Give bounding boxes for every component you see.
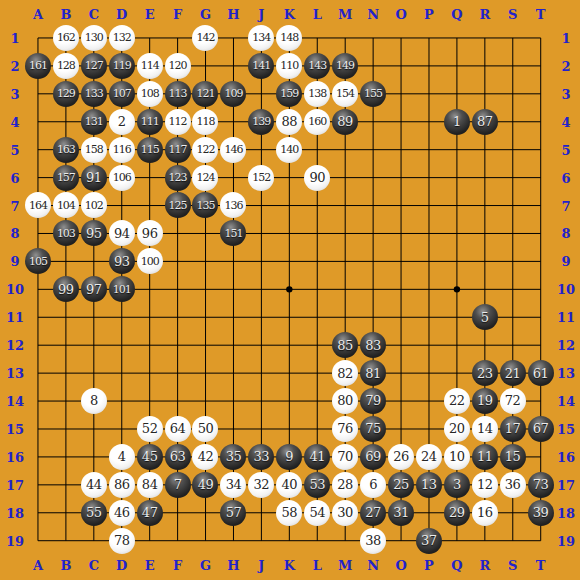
stone-P19[interactable]: 37 — [416, 528, 442, 554]
stone-R15[interactable]: 14 — [472, 416, 498, 442]
stone-L2[interactable]: 143 — [304, 53, 330, 79]
move-number: 102 — [85, 199, 103, 212]
row-label: 19 — [6, 534, 24, 547]
stone-E15[interactable]: 52 — [137, 416, 163, 442]
stone-G3[interactable]: 121 — [192, 81, 218, 107]
stone-D4[interactable]: 2 — [109, 109, 135, 135]
row-label: 3 — [10, 87, 19, 100]
stone-N18[interactable]: 27 — [360, 500, 386, 526]
stone-B8[interactable]: 103 — [53, 220, 79, 246]
stone-L18[interactable]: 54 — [304, 500, 330, 526]
move-number: 87 — [477, 114, 493, 129]
move-number: 45 — [142, 449, 158, 464]
stone-H18[interactable]: 57 — [220, 500, 246, 526]
row-label: 6 — [10, 171, 19, 184]
column-label: S — [508, 559, 517, 572]
move-number: 79 — [365, 393, 381, 408]
move-number: 27 — [365, 505, 381, 520]
move-number: 135 — [196, 199, 214, 212]
move-number: 72 — [505, 393, 521, 408]
move-number: 4 — [118, 449, 126, 464]
stone-G7[interactable]: 135 — [192, 192, 218, 218]
column-label: J — [258, 8, 264, 21]
move-number: 103 — [57, 227, 75, 240]
stone-M14[interactable]: 80 — [332, 388, 358, 414]
move-number: 112 — [169, 115, 187, 128]
stone-H5[interactable]: 146 — [220, 137, 246, 163]
move-number: 46 — [114, 505, 130, 520]
column-label: H — [227, 8, 239, 21]
stone-C10[interactable]: 97 — [81, 276, 107, 302]
move-number: 84 — [142, 477, 158, 492]
stone-D5[interactable]: 116 — [109, 137, 135, 163]
move-number: 138 — [308, 87, 326, 100]
move-number: 24 — [421, 449, 437, 464]
move-number: 97 — [86, 282, 102, 297]
column-label: F — [173, 559, 182, 572]
move-number: 36 — [505, 477, 521, 492]
stone-P17[interactable]: 13 — [416, 472, 442, 498]
stone-F17[interactable]: 7 — [165, 472, 191, 498]
row-label: 12 — [557, 339, 575, 352]
move-number: 111 — [141, 115, 159, 128]
stone-P16[interactable]: 24 — [416, 444, 442, 470]
move-number: 129 — [57, 87, 75, 100]
stone-Q4[interactable]: 1 — [444, 109, 470, 135]
move-number: 88 — [281, 114, 297, 129]
stone-K5[interactable]: 140 — [276, 137, 302, 163]
stone-N14[interactable]: 79 — [360, 388, 386, 414]
stone-C3[interactable]: 133 — [81, 81, 107, 107]
stone-M17[interactable]: 28 — [332, 472, 358, 498]
row-label: 4 — [10, 115, 19, 128]
move-number: 69 — [365, 449, 381, 464]
move-number: 133 — [85, 87, 103, 100]
column-label: N — [367, 559, 379, 572]
row-label: 11 — [6, 311, 24, 324]
stone-M12[interactable]: 85 — [332, 332, 358, 358]
move-number: 78 — [114, 533, 130, 548]
move-number: 3 — [453, 477, 461, 492]
column-label: G — [200, 559, 211, 572]
stone-J2[interactable]: 141 — [248, 53, 274, 79]
stone-G17[interactable]: 49 — [192, 472, 218, 498]
move-number: 91 — [86, 170, 102, 185]
stone-L17[interactable]: 53 — [304, 472, 330, 498]
stone-Q18[interactable]: 29 — [444, 500, 470, 526]
stone-J1[interactable]: 134 — [248, 25, 274, 51]
move-number: 136 — [224, 199, 242, 212]
move-number: 130 — [85, 31, 103, 44]
stone-M2[interactable]: 149 — [332, 53, 358, 79]
move-number: 49 — [198, 477, 214, 492]
stone-D3[interactable]: 107 — [109, 81, 135, 107]
move-number: 161 — [29, 59, 47, 72]
stone-R18[interactable]: 16 — [472, 500, 498, 526]
move-number: 29 — [449, 505, 465, 520]
move-number: 8 — [90, 393, 98, 408]
move-number: 23 — [477, 366, 493, 381]
column-label: O — [395, 8, 406, 21]
move-number: 15 — [505, 449, 521, 464]
stone-O18[interactable]: 31 — [388, 500, 414, 526]
stone-R11[interactable]: 5 — [472, 304, 498, 330]
stone-C6[interactable]: 91 — [81, 165, 107, 191]
stone-J6[interactable]: 152 — [248, 165, 274, 191]
move-number: 120 — [169, 59, 187, 72]
stone-M13[interactable]: 82 — [332, 360, 358, 386]
move-number: 99 — [58, 282, 74, 297]
stone-Q15[interactable]: 20 — [444, 416, 470, 442]
stone-E8[interactable]: 96 — [137, 220, 163, 246]
column-label: E — [145, 559, 155, 572]
move-number: 16 — [477, 505, 493, 520]
stone-R16[interactable]: 11 — [472, 444, 498, 470]
stone-B3[interactable]: 129 — [53, 81, 79, 107]
row-label: 7 — [561, 199, 570, 212]
move-number: 117 — [169, 143, 187, 156]
move-number: 5 — [481, 310, 489, 325]
stone-D6[interactable]: 106 — [109, 165, 135, 191]
stone-F15[interactable]: 64 — [165, 416, 191, 442]
move-number: 67 — [533, 421, 549, 436]
move-number: 25 — [393, 477, 409, 492]
stone-D2[interactable]: 119 — [109, 53, 135, 79]
move-number: 155 — [364, 87, 382, 100]
move-number: 125 — [169, 199, 187, 212]
move-number: 21 — [505, 366, 521, 381]
stone-M16[interactable]: 70 — [332, 444, 358, 470]
row-label: 7 — [10, 199, 19, 212]
move-number: 31 — [393, 505, 409, 520]
stone-D18[interactable]: 46 — [109, 500, 135, 526]
move-number: 20 — [449, 421, 465, 436]
column-label: R — [479, 559, 490, 572]
stone-G16[interactable]: 42 — [192, 444, 218, 470]
stone-B1[interactable]: 162 — [53, 25, 79, 51]
stone-E9[interactable]: 100 — [137, 248, 163, 274]
move-number: 57 — [226, 505, 242, 520]
move-number: 121 — [196, 87, 214, 100]
stones-layer: 1621301321421341481611281271191141201411… — [24, 24, 555, 555]
stone-G4[interactable]: 118 — [192, 109, 218, 135]
stone-D16[interactable]: 4 — [109, 444, 135, 470]
column-label: S — [508, 8, 517, 21]
column-label: J — [258, 559, 264, 572]
row-label: 19 — [557, 534, 575, 547]
stone-F16[interactable]: 63 — [165, 444, 191, 470]
stone-T18[interactable]: 39 — [528, 500, 554, 526]
stone-G15[interactable]: 50 — [192, 416, 218, 442]
row-label: 8 — [10, 227, 19, 240]
move-number: 9 — [285, 449, 293, 464]
stone-R14[interactable]: 19 — [472, 388, 498, 414]
stone-K2[interactable]: 110 — [276, 53, 302, 79]
stone-T17[interactable]: 73 — [528, 472, 554, 498]
stone-D1[interactable]: 132 — [109, 25, 135, 51]
column-label: T — [536, 8, 546, 21]
stone-E5[interactable]: 115 — [137, 137, 163, 163]
stone-M4[interactable]: 89 — [332, 109, 358, 135]
stone-B7[interactable]: 104 — [53, 192, 79, 218]
move-number: 151 — [224, 227, 242, 240]
row-label: 5 — [561, 143, 570, 156]
move-number: 2 — [118, 114, 126, 129]
stone-S13[interactable]: 21 — [500, 360, 526, 386]
stone-A7[interactable]: 164 — [25, 192, 51, 218]
move-number: 134 — [252, 31, 270, 44]
move-number: 131 — [85, 115, 103, 128]
go-board: ABCDEFGHJKLMNOPQRST ABCDEFGHJKLMNOPQRST … — [0, 0, 580, 580]
stone-D10[interactable]: 101 — [109, 276, 135, 302]
move-number: 160 — [308, 115, 326, 128]
move-number: 101 — [113, 283, 131, 296]
move-number: 19 — [477, 393, 493, 408]
stone-C18[interactable]: 55 — [81, 500, 107, 526]
stone-H8[interactable]: 151 — [220, 220, 246, 246]
stone-D8[interactable]: 94 — [109, 220, 135, 246]
stone-J4[interactable]: 139 — [248, 109, 274, 135]
move-number: 26 — [393, 449, 409, 464]
row-label: 6 — [561, 171, 570, 184]
row-label: 5 — [10, 143, 19, 156]
move-number: 163 — [57, 143, 75, 156]
move-number: 143 — [308, 59, 326, 72]
stone-C8[interactable]: 95 — [81, 220, 107, 246]
stone-O16[interactable]: 26 — [388, 444, 414, 470]
row-label: 13 — [6, 367, 24, 380]
stone-N13[interactable]: 81 — [360, 360, 386, 386]
column-label: A — [33, 8, 43, 21]
move-number: 13 — [421, 477, 437, 492]
move-number: 90 — [309, 170, 325, 185]
stone-A2[interactable]: 161 — [25, 53, 51, 79]
stone-B5[interactable]: 163 — [53, 137, 79, 163]
move-number: 141 — [252, 59, 270, 72]
stone-Q17[interactable]: 3 — [444, 472, 470, 498]
move-number: 54 — [309, 505, 325, 520]
stone-F4[interactable]: 112 — [165, 109, 191, 135]
move-number: 113 — [169, 87, 187, 100]
move-number: 93 — [114, 254, 130, 269]
row-label: 3 — [561, 87, 570, 100]
column-label: G — [200, 8, 211, 21]
stone-J17[interactable]: 32 — [248, 472, 274, 498]
stone-F7[interactable]: 125 — [165, 192, 191, 218]
move-number: 76 — [337, 421, 353, 436]
stone-F3[interactable]: 113 — [165, 81, 191, 107]
stone-C1[interactable]: 130 — [81, 25, 107, 51]
stone-S17[interactable]: 36 — [500, 472, 526, 498]
stone-F2[interactable]: 120 — [165, 53, 191, 79]
stone-T15[interactable]: 67 — [528, 416, 554, 442]
move-number: 1 — [453, 114, 461, 129]
stone-K4[interactable]: 88 — [276, 109, 302, 135]
stone-C5[interactable]: 158 — [81, 137, 107, 163]
stone-Q14[interactable]: 22 — [444, 388, 470, 414]
column-label: O — [395, 559, 406, 572]
stone-G5[interactable]: 122 — [192, 137, 218, 163]
stone-L16[interactable]: 41 — [304, 444, 330, 470]
move-number: 44 — [86, 477, 102, 492]
move-number: 118 — [196, 115, 214, 128]
move-number: 30 — [337, 505, 353, 520]
stone-C7[interactable]: 102 — [81, 192, 107, 218]
move-number: 158 — [85, 143, 103, 156]
stone-H17[interactable]: 34 — [220, 472, 246, 498]
move-number: 140 — [280, 143, 298, 156]
stone-K18[interactable]: 58 — [276, 500, 302, 526]
move-number: 7 — [174, 477, 182, 492]
stone-L4[interactable]: 160 — [304, 109, 330, 135]
column-label: L — [313, 8, 322, 21]
move-number: 95 — [86, 226, 102, 241]
stone-K16[interactable]: 9 — [276, 444, 302, 470]
row-label: 15 — [6, 422, 24, 435]
stone-N15[interactable]: 75 — [360, 416, 386, 442]
stone-J16[interactable]: 33 — [248, 444, 274, 470]
move-number: 6 — [369, 477, 377, 492]
stone-K17[interactable]: 40 — [276, 472, 302, 498]
stone-H3[interactable]: 109 — [220, 81, 246, 107]
stone-N19[interactable]: 38 — [360, 528, 386, 554]
move-number: 75 — [365, 421, 381, 436]
move-number: 85 — [337, 338, 353, 353]
column-label: M — [338, 559, 352, 572]
move-number: 38 — [365, 533, 381, 548]
stone-C2[interactable]: 127 — [81, 53, 107, 79]
move-number: 63 — [170, 449, 186, 464]
move-number: 55 — [86, 505, 102, 520]
row-label: 16 — [6, 450, 24, 463]
row-label: 9 — [10, 255, 19, 268]
stone-M18[interactable]: 30 — [332, 500, 358, 526]
column-label: M — [338, 8, 352, 21]
stone-T13[interactable]: 61 — [528, 360, 554, 386]
move-number: 154 — [336, 87, 354, 100]
stone-D17[interactable]: 86 — [109, 472, 135, 498]
stone-S15[interactable]: 17 — [500, 416, 526, 442]
row-label: 11 — [557, 311, 575, 324]
move-number: 109 — [224, 87, 242, 100]
move-number: 73 — [533, 477, 549, 492]
stone-B6[interactable]: 157 — [53, 165, 79, 191]
stone-H16[interactable]: 35 — [220, 444, 246, 470]
column-label: C — [89, 8, 99, 21]
stone-M3[interactable]: 154 — [332, 81, 358, 107]
stone-C17[interactable]: 44 — [81, 472, 107, 498]
stone-E2[interactable]: 114 — [137, 53, 163, 79]
stone-N12[interactable]: 83 — [360, 332, 386, 358]
move-number: 10 — [449, 449, 465, 464]
column-label: K — [284, 8, 295, 21]
move-number: 114 — [141, 59, 159, 72]
move-number: 14 — [477, 421, 493, 436]
stone-E3[interactable]: 108 — [137, 81, 163, 107]
stone-L6[interactable]: 90 — [304, 165, 330, 191]
move-number: 123 — [169, 171, 187, 184]
stone-D19[interactable]: 78 — [109, 528, 135, 554]
move-number: 80 — [337, 393, 353, 408]
move-number: 17 — [505, 421, 521, 436]
move-number: 106 — [113, 171, 131, 184]
stone-E17[interactable]: 84 — [137, 472, 163, 498]
move-number: 70 — [337, 449, 353, 464]
stone-A9[interactable]: 105 — [25, 248, 51, 274]
move-number: 119 — [113, 59, 131, 72]
stone-E18[interactable]: 47 — [137, 500, 163, 526]
move-number: 162 — [57, 31, 75, 44]
column-label: K — [284, 559, 295, 572]
stone-N17[interactable]: 6 — [360, 472, 386, 498]
move-number: 139 — [252, 115, 270, 128]
stone-N3[interactable]: 155 — [360, 81, 386, 107]
column-label: B — [60, 559, 71, 572]
stone-S16[interactable]: 15 — [500, 444, 526, 470]
stone-B10[interactable]: 99 — [53, 276, 79, 302]
move-number: 152 — [252, 171, 270, 184]
move-number: 50 — [198, 421, 214, 436]
stone-K1[interactable]: 148 — [276, 25, 302, 51]
column-label: D — [116, 559, 127, 572]
move-number: 28 — [337, 477, 353, 492]
stone-F6[interactable]: 123 — [165, 165, 191, 191]
stone-L3[interactable]: 138 — [304, 81, 330, 107]
stone-F5[interactable]: 117 — [165, 137, 191, 163]
move-number: 116 — [113, 143, 131, 156]
move-number: 89 — [337, 114, 353, 129]
move-number: 58 — [281, 505, 297, 520]
column-label: P — [424, 559, 434, 572]
stone-G1[interactable]: 142 — [192, 25, 218, 51]
stone-C4[interactable]: 131 — [81, 109, 107, 135]
row-label: 10 — [557, 283, 575, 296]
stone-S14[interactable]: 72 — [500, 388, 526, 414]
move-number: 42 — [198, 449, 214, 464]
stone-H7[interactable]: 136 — [220, 192, 246, 218]
stone-O17[interactable]: 25 — [388, 472, 414, 498]
move-number: 149 — [336, 59, 354, 72]
stone-E16[interactable]: 45 — [137, 444, 163, 470]
row-label: 4 — [561, 115, 570, 128]
row-label: 10 — [6, 283, 24, 296]
stone-R4[interactable]: 87 — [472, 109, 498, 135]
column-label: H — [227, 559, 239, 572]
move-number: 108 — [141, 87, 159, 100]
stone-D9[interactable]: 93 — [109, 248, 135, 274]
row-label: 14 — [557, 395, 575, 408]
stone-N16[interactable]: 69 — [360, 444, 386, 470]
move-number: 81 — [365, 366, 381, 381]
stone-G6[interactable]: 124 — [192, 165, 218, 191]
move-number: 94 — [114, 226, 130, 241]
stone-Q16[interactable]: 10 — [444, 444, 470, 470]
stone-R13[interactable]: 23 — [472, 360, 498, 386]
stone-B2[interactable]: 128 — [53, 53, 79, 79]
stone-M15[interactable]: 76 — [332, 416, 358, 442]
move-number: 64 — [170, 421, 186, 436]
move-number: 100 — [141, 255, 159, 268]
column-label: A — [33, 559, 43, 572]
column-label: N — [367, 8, 379, 21]
move-number: 142 — [196, 31, 214, 44]
stone-K3[interactable]: 159 — [276, 81, 302, 107]
stone-C14[interactable]: 8 — [81, 388, 107, 414]
column-label: C — [89, 559, 99, 572]
stone-R17[interactable]: 12 — [472, 472, 498, 498]
stone-E4[interactable]: 111 — [137, 109, 163, 135]
move-number: 83 — [365, 338, 381, 353]
